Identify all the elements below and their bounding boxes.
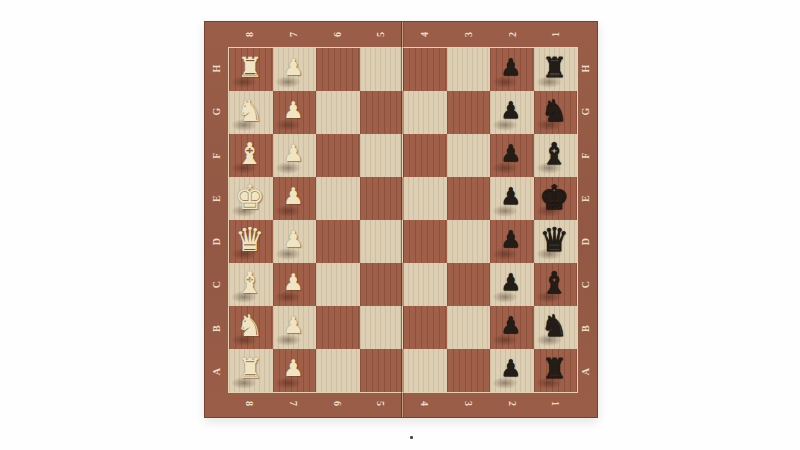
- black-knight[interactable]: ♞: [534, 306, 578, 349]
- piece-glyph: ♝: [541, 268, 568, 298]
- white-rook[interactable]: ♜: [229, 349, 273, 392]
- square-c8[interactable]: ♝: [229, 263, 273, 306]
- piece-glyph: ♟: [500, 99, 521, 122]
- piece-glyph: ♞: [541, 311, 568, 341]
- white-queen[interactable]: ♛: [229, 220, 273, 263]
- white-pawn[interactable]: ♟: [273, 48, 317, 91]
- square-g6[interactable]: [316, 91, 360, 134]
- square-b2[interactable]: ♟: [490, 306, 534, 349]
- black-bishop[interactable]: ♝: [534, 263, 578, 306]
- square-f4[interactable]: [403, 134, 447, 177]
- square-b5[interactable]: [360, 306, 404, 349]
- square-c7[interactable]: ♟: [273, 263, 317, 306]
- piece-glyph: ♞: [236, 311, 263, 341]
- square-a6[interactable]: [316, 349, 360, 392]
- piece-glyph: ♝: [541, 139, 568, 169]
- file-labels-left: HGFEDCBA: [205, 47, 228, 393]
- piece-glyph: ♟: [283, 271, 304, 294]
- square-e1[interactable]: ♚: [534, 177, 578, 220]
- piece-glyph: ♜: [542, 355, 567, 383]
- square-f1[interactable]: ♝: [534, 134, 578, 177]
- square-f8[interactable]: ♝: [229, 134, 273, 177]
- square-g1[interactable]: ♞: [534, 91, 578, 134]
- white-bishop[interactable]: ♝: [229, 134, 273, 177]
- square-f7[interactable]: ♟: [273, 134, 317, 177]
- piece-glyph: ♞: [236, 96, 263, 126]
- square-b7[interactable]: ♟: [273, 306, 317, 349]
- square-a8[interactable]: ♜: [229, 349, 273, 392]
- square-g5[interactable]: [360, 91, 404, 134]
- square-c4[interactable]: [403, 263, 447, 306]
- square-b1[interactable]: ♞: [534, 306, 578, 349]
- black-king[interactable]: ♚: [534, 177, 578, 220]
- piece-glyph: ♜: [542, 54, 567, 82]
- square-e8[interactable]: ♚: [229, 177, 273, 220]
- piece-glyph: ♟: [283, 185, 304, 208]
- square-g2[interactable]: ♟: [490, 91, 534, 134]
- black-pawn[interactable]: ♟: [490, 349, 534, 392]
- piece-glyph: ♝: [236, 268, 263, 298]
- square-d7[interactable]: ♟: [273, 220, 317, 263]
- white-bishop[interactable]: ♝: [229, 263, 273, 306]
- white-pawn[interactable]: ♟: [273, 220, 317, 263]
- square-h4[interactable]: [403, 48, 447, 91]
- square-c1[interactable]: ♝: [534, 263, 578, 306]
- product-photo-scene: 87654321 87654321 HGFEDCBA HGFEDCBA ♜♟♟♜…: [0, 0, 800, 450]
- square-e4[interactable]: [403, 177, 447, 220]
- black-queen[interactable]: ♛: [534, 220, 578, 263]
- square-b6[interactable]: [316, 306, 360, 349]
- black-rook[interactable]: ♜: [534, 48, 578, 91]
- piece-glyph: ♟: [283, 56, 304, 79]
- piece-glyph: ♟: [500, 185, 521, 208]
- square-a1[interactable]: ♜: [534, 349, 578, 392]
- piece-glyph: ♟: [283, 142, 304, 165]
- square-c6[interactable]: [316, 263, 360, 306]
- square-d6[interactable]: [316, 220, 360, 263]
- black-bishop[interactable]: ♝: [534, 134, 578, 177]
- piece-glyph: ♛: [539, 223, 569, 256]
- square-g4[interactable]: [403, 91, 447, 134]
- square-h3[interactable]: [447, 48, 491, 91]
- white-rook[interactable]: ♜: [229, 48, 273, 91]
- square-e6[interactable]: [316, 177, 360, 220]
- white-pawn[interactable]: ♟: [273, 349, 317, 392]
- white-pawn[interactable]: ♟: [273, 306, 317, 349]
- black-pawn[interactable]: ♟: [490, 91, 534, 134]
- piece-glyph: ♜: [237, 355, 262, 383]
- black-knight[interactable]: ♞: [534, 91, 578, 134]
- piece-glyph: ♛: [235, 223, 265, 256]
- piece-glyph: ♟: [500, 142, 521, 165]
- piece-glyph: ♟: [283, 357, 304, 380]
- rank-labels-bottom: 87654321: [228, 390, 578, 417]
- chess-board: 87654321 87654321 HGFEDCBA HGFEDCBA ♜♟♟♜…: [204, 21, 598, 418]
- square-a7[interactable]: ♟: [273, 349, 317, 392]
- black-rook[interactable]: ♜: [534, 349, 578, 392]
- square-g3[interactable]: [447, 91, 491, 134]
- black-pawn[interactable]: ♟: [490, 134, 534, 177]
- square-h5[interactable]: [360, 48, 404, 91]
- square-f6[interactable]: [316, 134, 360, 177]
- black-pawn[interactable]: ♟: [490, 177, 534, 220]
- square-a2[interactable]: ♟: [490, 349, 534, 392]
- square-c3[interactable]: [447, 263, 491, 306]
- white-knight[interactable]: ♞: [229, 306, 273, 349]
- square-d4[interactable]: [403, 220, 447, 263]
- square-h7[interactable]: ♟: [273, 48, 317, 91]
- square-h1[interactable]: ♜: [534, 48, 578, 91]
- piece-glyph: ♚: [539, 180, 569, 214]
- piece-glyph: ♝: [236, 139, 263, 169]
- square-b4[interactable]: [403, 306, 447, 349]
- square-e3[interactable]: [447, 177, 491, 220]
- square-f3[interactable]: [447, 134, 491, 177]
- square-e7[interactable]: ♟: [273, 177, 317, 220]
- piece-glyph: ♟: [500, 357, 521, 380]
- rank-labels-top: 87654321: [228, 22, 578, 47]
- square-b8[interactable]: ♞: [229, 306, 273, 349]
- white-pawn[interactable]: ♟: [273, 263, 317, 306]
- square-c5[interactable]: [360, 263, 404, 306]
- square-h6[interactable]: [316, 48, 360, 91]
- square-g8[interactable]: ♞: [229, 91, 273, 134]
- piece-glyph: ♟: [500, 228, 521, 251]
- black-pawn[interactable]: ♟: [490, 263, 534, 306]
- square-a4[interactable]: [403, 349, 447, 392]
- board-grid: ♜♟♟♜♞♟♟♞♝♟♟♝♚♟♟♚♛♟♟♛♝♟♟♝♞♟♟♞♜♟♟♜: [228, 47, 578, 393]
- square-e5[interactable]: [360, 177, 404, 220]
- piece-glyph: ♜: [237, 54, 262, 82]
- background-dot: [410, 436, 413, 439]
- square-f2[interactable]: ♟: [490, 134, 534, 177]
- white-pawn[interactable]: ♟: [273, 91, 317, 134]
- square-g7[interactable]: ♟: [273, 91, 317, 134]
- square-d3[interactable]: [447, 220, 491, 263]
- square-f5[interactable]: [360, 134, 404, 177]
- black-pawn[interactable]: ♟: [490, 306, 534, 349]
- black-pawn[interactable]: ♟: [490, 220, 534, 263]
- piece-glyph: ♟: [500, 271, 521, 294]
- white-pawn[interactable]: ♟: [273, 134, 317, 177]
- piece-glyph: ♟: [500, 314, 521, 337]
- white-king[interactable]: ♚: [229, 177, 273, 220]
- square-c2[interactable]: ♟: [490, 263, 534, 306]
- square-b3[interactable]: [447, 306, 491, 349]
- square-e2[interactable]: ♟: [490, 177, 534, 220]
- white-pawn[interactable]: ♟: [273, 177, 317, 220]
- square-h8[interactable]: ♜: [229, 48, 273, 91]
- white-knight[interactable]: ♞: [229, 91, 273, 134]
- square-d2[interactable]: ♟: [490, 220, 534, 263]
- piece-glyph: ♟: [283, 228, 304, 251]
- square-h2[interactable]: ♟: [490, 48, 534, 91]
- square-a5[interactable]: [360, 349, 404, 392]
- piece-glyph: ♟: [283, 99, 304, 122]
- square-d5[interactable]: [360, 220, 404, 263]
- square-d8[interactable]: ♛: [229, 220, 273, 263]
- piece-glyph: ♚: [235, 180, 265, 214]
- square-d1[interactable]: ♛: [534, 220, 578, 263]
- piece-glyph: ♟: [500, 56, 521, 79]
- piece-glyph: ♟: [283, 314, 304, 337]
- black-pawn[interactable]: ♟: [490, 48, 534, 91]
- piece-glyph: ♞: [541, 96, 568, 126]
- square-a3[interactable]: [447, 349, 491, 392]
